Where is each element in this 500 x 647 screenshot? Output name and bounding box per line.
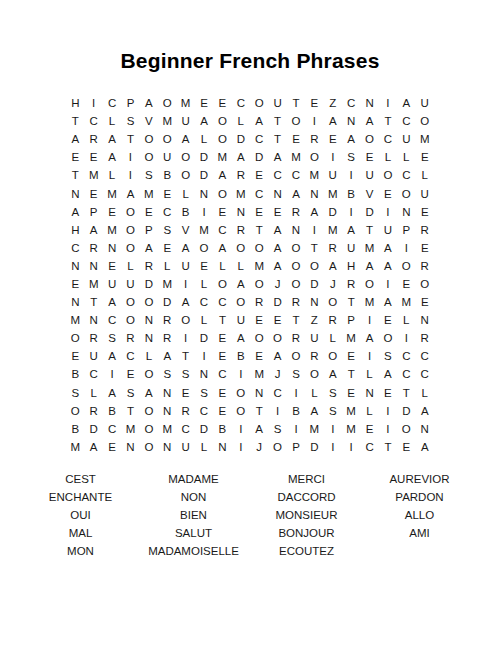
grid-cell-r9c4[interactable]: O — [121, 239, 139, 257]
grid-cell-r8c6[interactable]: S — [158, 221, 176, 239]
grid-cell-r9c13[interactable]: O — [287, 239, 305, 257]
grid-cell-r15c14[interactable]: R — [305, 347, 323, 365]
grid-cell-r19c15[interactable]: I — [324, 420, 342, 438]
grid-cell-r10c9[interactable]: L — [213, 257, 231, 275]
grid-cell-r9c5[interactable]: A — [140, 239, 158, 257]
grid-cell-r12c20[interactable]: E — [416, 293, 434, 311]
grid-cell-r12c4[interactable]: O — [121, 293, 139, 311]
grid-cell-r10c3[interactable]: E — [103, 257, 121, 275]
grid-cell-r13c15[interactable]: R — [324, 311, 342, 329]
grid-cell-r14c3[interactable]: S — [103, 329, 121, 347]
grid-cell-r12c15[interactable]: O — [324, 293, 342, 311]
grid-cell-r11c16[interactable]: R — [342, 275, 360, 293]
grid-cell-r7c10[interactable]: N — [232, 203, 250, 221]
grid-cell-r15c6[interactable]: A — [158, 347, 176, 365]
grid-cell-r14c20[interactable]: R — [416, 329, 434, 347]
grid-cell-r2c13[interactable]: O — [287, 112, 305, 130]
grid-cell-r3c9[interactable]: O — [213, 130, 231, 148]
grid-cell-r1c16[interactable]: C — [342, 94, 360, 112]
grid-cell-r8c14[interactable]: I — [305, 221, 323, 239]
grid-cell-r7c19[interactable]: N — [397, 203, 415, 221]
grid-cell-r11c17[interactable]: O — [360, 275, 378, 293]
grid-cell-r7c2[interactable]: P — [84, 203, 102, 221]
grid-cell-r16c18[interactable]: A — [379, 365, 397, 383]
grid-cell-r6c8[interactable]: N — [195, 184, 213, 202]
grid-cell-r1c19[interactable]: A — [397, 94, 415, 112]
grid-cell-r20c7[interactable]: U — [176, 438, 194, 456]
grid-cell-r13c19[interactable]: L — [397, 311, 415, 329]
grid-cell-r13c1[interactable]: M — [66, 311, 84, 329]
grid-cell-r20c18[interactable]: T — [379, 438, 397, 456]
grid-cell-r18c16[interactable]: M — [342, 402, 360, 420]
grid-cell-r11c2[interactable]: M — [84, 275, 102, 293]
grid-cell-r8c11[interactable]: T — [250, 221, 268, 239]
grid-cell-r15c8[interactable]: I — [195, 347, 213, 365]
grid-cell-r15c16[interactable]: E — [342, 347, 360, 365]
grid-cell-r11c7[interactable]: I — [176, 275, 194, 293]
grid-cell-r18c6[interactable]: N — [158, 402, 176, 420]
grid-cell-r7c7[interactable]: B — [176, 203, 194, 221]
grid-cell-r17c19[interactable]: T — [397, 384, 415, 402]
grid-cell-r12c13[interactable]: R — [287, 293, 305, 311]
grid-cell-r20c11[interactable]: J — [250, 438, 268, 456]
grid-cell-r16c2[interactable]: C — [84, 365, 102, 383]
grid-cell-r5c8[interactable]: D — [195, 166, 213, 184]
grid-cell-r12c7[interactable]: A — [176, 293, 194, 311]
grid-cell-r6c17[interactable]: V — [360, 184, 378, 202]
grid-cell-r6c6[interactable]: E — [158, 184, 176, 202]
grid-cell-r9c14[interactable]: T — [305, 239, 323, 257]
grid-cell-r13c20[interactable]: N — [416, 311, 434, 329]
grid-cell-r19c19[interactable]: O — [397, 420, 415, 438]
grid-cell-r19c11[interactable]: A — [250, 420, 268, 438]
grid-cell-r13c3[interactable]: C — [103, 311, 121, 329]
grid-cell-r10c10[interactable]: L — [232, 257, 250, 275]
grid-cell-r8c16[interactable]: A — [342, 221, 360, 239]
grid-cell-r7c5[interactable]: E — [140, 203, 158, 221]
grid-cell-r4c19[interactable]: L — [397, 148, 415, 166]
grid-cell-r10c6[interactable]: L — [158, 257, 176, 275]
grid-cell-r15c9[interactable]: E — [213, 347, 231, 365]
grid-cell-r5c17[interactable]: U — [360, 166, 378, 184]
grid-cell-r13c7[interactable]: O — [176, 311, 194, 329]
grid-cell-r9c18[interactable]: A — [379, 239, 397, 257]
grid-cell-r4c6[interactable]: U — [158, 148, 176, 166]
grid-cell-r17c3[interactable]: A — [103, 384, 121, 402]
grid-cell-r17c17[interactable]: N — [360, 384, 378, 402]
grid-cell-r4c18[interactable]: L — [379, 148, 397, 166]
grid-cell-r10c1[interactable]: N — [66, 257, 84, 275]
grid-cell-r4c8[interactable]: D — [195, 148, 213, 166]
grid-cell-r8c18[interactable]: U — [379, 221, 397, 239]
grid-cell-r10c16[interactable]: H — [342, 257, 360, 275]
grid-cell-r5c13[interactable]: C — [287, 166, 305, 184]
grid-cell-r20c13[interactable]: P — [287, 438, 305, 456]
grid-cell-r5c9[interactable]: A — [213, 166, 231, 184]
grid-cell-r5c18[interactable]: O — [379, 166, 397, 184]
grid-cell-r11c1[interactable]: E — [66, 275, 84, 293]
grid-cell-r6c13[interactable]: A — [287, 184, 305, 202]
grid-cell-r7c18[interactable]: I — [379, 203, 397, 221]
grid-cell-r12c17[interactable]: M — [360, 293, 378, 311]
grid-cell-r9c1[interactable]: C — [66, 239, 84, 257]
grid-cell-r2c17[interactable]: A — [360, 112, 378, 130]
grid-cell-r15c3[interactable]: A — [103, 347, 121, 365]
grid-cell-r13c6[interactable]: R — [158, 311, 176, 329]
grid-cell-r2c1[interactable]: T — [66, 112, 84, 130]
grid-cell-r13c8[interactable]: L — [195, 311, 213, 329]
grid-cell-r6c16[interactable]: B — [342, 184, 360, 202]
grid-cell-r2c15[interactable]: A — [324, 112, 342, 130]
grid-cell-r14c7[interactable]: I — [176, 329, 194, 347]
grid-cell-r1c6[interactable]: O — [158, 94, 176, 112]
grid-cell-r1c11[interactable]: O — [250, 94, 268, 112]
grid-cell-r6c18[interactable]: E — [379, 184, 397, 202]
grid-cell-r10c19[interactable]: O — [397, 257, 415, 275]
grid-cell-r7c4[interactable]: O — [121, 203, 139, 221]
grid-cell-r1c14[interactable]: E — [305, 94, 323, 112]
grid-cell-r16c7[interactable]: S — [176, 365, 194, 383]
grid-cell-r1c2[interactable]: I — [84, 94, 102, 112]
grid-cell-r13c2[interactable]: N — [84, 311, 102, 329]
grid-cell-r4c13[interactable]: M — [287, 148, 305, 166]
grid-cell-r2c4[interactable]: S — [121, 112, 139, 130]
grid-cell-r12c18[interactable]: A — [379, 293, 397, 311]
grid-cell-r8c4[interactable]: O — [121, 221, 139, 239]
grid-cell-r12c8[interactable]: C — [195, 293, 213, 311]
grid-cell-r1c7[interactable]: M — [176, 94, 194, 112]
grid-cell-r10c12[interactable]: A — [268, 257, 286, 275]
grid-cell-r20c8[interactable]: L — [195, 438, 213, 456]
grid-cell-r19c7[interactable]: C — [176, 420, 194, 438]
grid-cell-r3c16[interactable]: A — [342, 130, 360, 148]
grid-cell-r17c12[interactable]: C — [268, 384, 286, 402]
grid-cell-r17c8[interactable]: S — [195, 384, 213, 402]
grid-cell-r18c10[interactable]: O — [232, 402, 250, 420]
grid-cell-r20c10[interactable]: I — [232, 438, 250, 456]
grid-cell-r18c9[interactable]: E — [213, 402, 231, 420]
grid-cell-r19c10[interactable]: I — [232, 420, 250, 438]
grid-cell-r5c6[interactable]: B — [158, 166, 176, 184]
grid-cell-r14c6[interactable]: R — [158, 329, 176, 347]
grid-cell-r20c15[interactable]: I — [324, 438, 342, 456]
grid-cell-r10c15[interactable]: A — [324, 257, 342, 275]
grid-cell-r4c12[interactable]: A — [268, 148, 286, 166]
grid-cell-r3c1[interactable]: A — [66, 130, 84, 148]
grid-cell-r13c16[interactable]: P — [342, 311, 360, 329]
grid-cell-r1c17[interactable]: N — [360, 94, 378, 112]
grid-cell-r8c5[interactable]: P — [140, 221, 158, 239]
grid-cell-r13c17[interactable]: I — [360, 311, 378, 329]
grid-cell-r19c2[interactable]: D — [84, 420, 102, 438]
grid-cell-r5c14[interactable]: M — [305, 166, 323, 184]
grid-cell-r2c19[interactable]: C — [397, 112, 415, 130]
grid-cell-r15c5[interactable]: L — [140, 347, 158, 365]
grid-cell-r3c12[interactable]: T — [268, 130, 286, 148]
grid-cell-r16c1[interactable]: B — [66, 365, 84, 383]
grid-cell-r17c2[interactable]: L — [84, 384, 102, 402]
grid-cell-r3c6[interactable]: O — [158, 130, 176, 148]
grid-cell-r13c11[interactable]: E — [250, 311, 268, 329]
grid-cell-r10c18[interactable]: A — [379, 257, 397, 275]
grid-cell-r18c12[interactable]: I — [268, 402, 286, 420]
grid-cell-r15c10[interactable]: B — [232, 347, 250, 365]
grid-cell-r3c3[interactable]: A — [103, 130, 121, 148]
grid-cell-r20c5[interactable]: O — [140, 438, 158, 456]
grid-cell-r8c9[interactable]: C — [213, 221, 231, 239]
grid-cell-r12c2[interactable]: T — [84, 293, 102, 311]
grid-cell-r8c19[interactable]: P — [397, 221, 415, 239]
grid-cell-r8c2[interactable]: A — [84, 221, 102, 239]
grid-cell-r18c13[interactable]: B — [287, 402, 305, 420]
grid-cell-r5c15[interactable]: U — [324, 166, 342, 184]
grid-cell-r7c13[interactable]: R — [287, 203, 305, 221]
grid-cell-r4c20[interactable]: E — [416, 148, 434, 166]
grid-cell-r11c20[interactable]: O — [416, 275, 434, 293]
grid-cell-r15c20[interactable]: C — [416, 347, 434, 365]
grid-cell-r19c5[interactable]: O — [140, 420, 158, 438]
grid-cell-r9c15[interactable]: R — [324, 239, 342, 257]
grid-cell-r18c20[interactable]: A — [416, 402, 434, 420]
grid-cell-r20c3[interactable]: E — [103, 438, 121, 456]
grid-cell-r6c7[interactable]: L — [176, 184, 194, 202]
grid-cell-r8c17[interactable]: T — [360, 221, 378, 239]
grid-cell-r6c5[interactable]: M — [140, 184, 158, 202]
grid-cell-r3c11[interactable]: C — [250, 130, 268, 148]
grid-cell-r18c19[interactable]: D — [397, 402, 415, 420]
grid-cell-r4c9[interactable]: M — [213, 148, 231, 166]
grid-cell-r5c2[interactable]: M — [84, 166, 102, 184]
grid-cell-r20c16[interactable]: I — [342, 438, 360, 456]
grid-cell-r9c7[interactable]: A — [176, 239, 194, 257]
grid-cell-r4c1[interactable]: E — [66, 148, 84, 166]
grid-cell-r11c18[interactable]: I — [379, 275, 397, 293]
grid-cell-r11c5[interactable]: D — [140, 275, 158, 293]
grid-cell-r12c19[interactable]: M — [397, 293, 415, 311]
grid-cell-r17c13[interactable]: I — [287, 384, 305, 402]
grid-cell-r13c14[interactable]: Z — [305, 311, 323, 329]
grid-cell-r6c3[interactable]: M — [103, 184, 121, 202]
grid-cell-r7c14[interactable]: A — [305, 203, 323, 221]
grid-cell-r5c3[interactable]: L — [103, 166, 121, 184]
grid-cell-r8c8[interactable]: M — [195, 221, 213, 239]
grid-cell-r7c3[interactable]: E — [103, 203, 121, 221]
grid-cell-r1c18[interactable]: I — [379, 94, 397, 112]
grid-cell-r14c19[interactable]: I — [397, 329, 415, 347]
grid-cell-r16c17[interactable]: L — [360, 365, 378, 383]
grid-cell-r13c10[interactable]: U — [232, 311, 250, 329]
grid-cell-r20c1[interactable]: M — [66, 438, 84, 456]
grid-cell-r1c5[interactable]: A — [140, 94, 158, 112]
grid-cell-r10c5[interactable]: R — [140, 257, 158, 275]
grid-cell-r7c16[interactable]: I — [342, 203, 360, 221]
grid-cell-r8c7[interactable]: V — [176, 221, 194, 239]
grid-cell-r8c12[interactable]: A — [268, 221, 286, 239]
grid-cell-r20c17[interactable]: C — [360, 438, 378, 456]
grid-cell-r9c17[interactable]: M — [360, 239, 378, 257]
grid-cell-r5c19[interactable]: C — [397, 166, 415, 184]
grid-cell-r14c16[interactable]: M — [342, 329, 360, 347]
grid-cell-r5c7[interactable]: O — [176, 166, 194, 184]
grid-cell-r13c13[interactable]: T — [287, 311, 305, 329]
grid-cell-r10c11[interactable]: M — [250, 257, 268, 275]
grid-cell-r9c19[interactable]: I — [397, 239, 415, 257]
grid-cell-r13c5[interactable]: N — [140, 311, 158, 329]
grid-cell-r5c16[interactable]: I — [342, 166, 360, 184]
grid-cell-r11c13[interactable]: O — [287, 275, 305, 293]
grid-cell-r3c5[interactable]: O — [140, 130, 158, 148]
grid-cell-r9c10[interactable]: O — [232, 239, 250, 257]
grid-cell-r20c19[interactable]: E — [397, 438, 415, 456]
grid-cell-r18c8[interactable]: C — [195, 402, 213, 420]
grid-cell-r7c11[interactable]: E — [250, 203, 268, 221]
grid-cell-r14c8[interactable]: D — [195, 329, 213, 347]
grid-cell-r1c9[interactable]: E — [213, 94, 231, 112]
grid-cell-r11c3[interactable]: U — [103, 275, 121, 293]
grid-cell-r11c10[interactable]: A — [232, 275, 250, 293]
grid-cell-r11c15[interactable]: J — [324, 275, 342, 293]
grid-cell-r16c6[interactable]: S — [158, 365, 176, 383]
grid-cell-r9c9[interactable]: A — [213, 239, 231, 257]
grid-cell-r12c5[interactable]: O — [140, 293, 158, 311]
grid-cell-r19c18[interactable]: I — [379, 420, 397, 438]
grid-cell-r3c14[interactable]: R — [305, 130, 323, 148]
grid-cell-r19c6[interactable]: M — [158, 420, 176, 438]
grid-cell-r18c15[interactable]: S — [324, 402, 342, 420]
grid-cell-r6c2[interactable]: E — [84, 184, 102, 202]
grid-cell-r20c4[interactable]: N — [121, 438, 139, 456]
grid-cell-r19c12[interactable]: S — [268, 420, 286, 438]
grid-cell-r2c9[interactable]: O — [213, 112, 231, 130]
grid-cell-r4c11[interactable]: D — [250, 148, 268, 166]
grid-cell-r10c4[interactable]: L — [121, 257, 139, 275]
grid-cell-r6c1[interactable]: N — [66, 184, 84, 202]
grid-cell-r16c16[interactable]: T — [342, 365, 360, 383]
grid-cell-r14c17[interactable]: A — [360, 329, 378, 347]
grid-cell-r10c20[interactable]: R — [416, 257, 434, 275]
grid-cell-r15c2[interactable]: U — [84, 347, 102, 365]
grid-cell-r11c12[interactable]: J — [268, 275, 286, 293]
grid-cell-r2c14[interactable]: I — [305, 112, 323, 130]
grid-cell-r4c14[interactable]: O — [305, 148, 323, 166]
grid-cell-r8c20[interactable]: R — [416, 221, 434, 239]
grid-cell-r6c10[interactable]: M — [232, 184, 250, 202]
grid-cell-r14c15[interactable]: L — [324, 329, 342, 347]
grid-cell-r16c4[interactable]: E — [121, 365, 139, 383]
grid-cell-r15c18[interactable]: S — [379, 347, 397, 365]
grid-cell-r17c15[interactable]: S — [324, 384, 342, 402]
grid-cell-r20c9[interactable]: N — [213, 438, 231, 456]
grid-cell-r18c11[interactable]: T — [250, 402, 268, 420]
grid-cell-r4c4[interactable]: I — [121, 148, 139, 166]
grid-cell-r6c11[interactable]: C — [250, 184, 268, 202]
grid-cell-r16c19[interactable]: C — [397, 365, 415, 383]
grid-cell-r5c10[interactable]: R — [232, 166, 250, 184]
grid-cell-r6c12[interactable]: N — [268, 184, 286, 202]
grid-cell-r9c6[interactable]: E — [158, 239, 176, 257]
grid-cell-r17c14[interactable]: L — [305, 384, 323, 402]
grid-cell-r1c13[interactable]: T — [287, 94, 305, 112]
grid-cell-r2c8[interactable]: A — [195, 112, 213, 130]
grid-cell-r11c11[interactable]: O — [250, 275, 268, 293]
grid-cell-r12c12[interactable]: D — [268, 293, 286, 311]
grid-cell-r12c11[interactable]: R — [250, 293, 268, 311]
grid-cell-r3c20[interactable]: M — [416, 130, 434, 148]
grid-cell-r15c13[interactable]: O — [287, 347, 305, 365]
grid-cell-r14c4[interactable]: R — [121, 329, 139, 347]
grid-cell-r7c12[interactable]: E — [268, 203, 286, 221]
grid-cell-r16c20[interactable]: C — [416, 365, 434, 383]
grid-cell-r6c9[interactable]: O — [213, 184, 231, 202]
grid-cell-r5c11[interactable]: E — [250, 166, 268, 184]
grid-cell-r17c16[interactable]: E — [342, 384, 360, 402]
grid-cell-r10c8[interactable]: E — [195, 257, 213, 275]
grid-cell-r3c4[interactable]: T — [121, 130, 139, 148]
grid-cell-r17c11[interactable]: N — [250, 384, 268, 402]
grid-cell-r16c14[interactable]: O — [305, 365, 323, 383]
grid-cell-r19c14[interactable]: M — [305, 420, 323, 438]
grid-cell-r12c6[interactable]: D — [158, 293, 176, 311]
grid-cell-r16c8[interactable]: N — [195, 365, 213, 383]
grid-cell-r2c18[interactable]: T — [379, 112, 397, 130]
grid-cell-r8c15[interactable]: M — [324, 221, 342, 239]
grid-cell-r13c4[interactable]: O — [121, 311, 139, 329]
grid-cell-r1c3[interactable]: C — [103, 94, 121, 112]
grid-cell-r2c16[interactable]: N — [342, 112, 360, 130]
grid-cell-r15c4[interactable]: C — [121, 347, 139, 365]
grid-cell-r13c9[interactable]: T — [213, 311, 231, 329]
grid-cell-r2c11[interactable]: A — [250, 112, 268, 130]
grid-cell-r16c3[interactable]: I — [103, 365, 121, 383]
grid-cell-r4c16[interactable]: S — [342, 148, 360, 166]
grid-cell-r11c9[interactable]: O — [213, 275, 231, 293]
grid-cell-r9c3[interactable]: N — [103, 239, 121, 257]
grid-cell-r10c2[interactable]: N — [84, 257, 102, 275]
grid-cell-r11c19[interactable]: E — [397, 275, 415, 293]
grid-cell-r11c14[interactable]: D — [305, 275, 323, 293]
grid-cell-r17c9[interactable]: E — [213, 384, 231, 402]
grid-cell-r15c17[interactable]: I — [360, 347, 378, 365]
grid-cell-r8c1[interactable]: H — [66, 221, 84, 239]
grid-cell-r18c4[interactable]: T — [121, 402, 139, 420]
grid-cell-r7c9[interactable]: E — [213, 203, 231, 221]
grid-cell-r6c4[interactable]: A — [121, 184, 139, 202]
grid-cell-r12c14[interactable]: N — [305, 293, 323, 311]
grid-cell-r14c10[interactable]: A — [232, 329, 250, 347]
grid-cell-r1c12[interactable]: U — [268, 94, 286, 112]
grid-cell-r3c13[interactable]: E — [287, 130, 305, 148]
grid-cell-r7c15[interactable]: D — [324, 203, 342, 221]
grid-cell-r14c18[interactable]: O — [379, 329, 397, 347]
grid-cell-r19c20[interactable]: N — [416, 420, 434, 438]
grid-cell-r4c17[interactable]: E — [360, 148, 378, 166]
grid-cell-r18c5[interactable]: O — [140, 402, 158, 420]
grid-cell-r1c8[interactable]: E — [195, 94, 213, 112]
grid-cell-r6c15[interactable]: M — [324, 184, 342, 202]
grid-cell-r2c3[interactable]: L — [103, 112, 121, 130]
grid-cell-r18c14[interactable]: A — [305, 402, 323, 420]
grid-cell-r19c4[interactable]: M — [121, 420, 139, 438]
grid-cell-r8c13[interactable]: N — [287, 221, 305, 239]
grid-cell-r12c1[interactable]: N — [66, 293, 84, 311]
grid-cell-r15c12[interactable]: A — [268, 347, 286, 365]
grid-cell-r14c5[interactable]: N — [140, 329, 158, 347]
grid-cell-r20c6[interactable]: N — [158, 438, 176, 456]
grid-cell-r17c1[interactable]: S — [66, 384, 84, 402]
grid-cell-r4c7[interactable]: O — [176, 148, 194, 166]
grid-cell-r15c19[interactable]: C — [397, 347, 415, 365]
grid-cell-r2c20[interactable]: O — [416, 112, 434, 130]
